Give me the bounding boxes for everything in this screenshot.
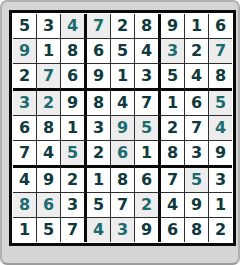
sudoku-cell-r1c7[interactable]: 9 — [161, 14, 185, 39]
sudoku-grid: 5347289169186543272769135483298471656813… — [13, 14, 232, 242]
sudoku-cell-r4c9[interactable]: 5 — [209, 91, 232, 116]
sudoku-cell-r5c4[interactable]: 3 — [87, 116, 111, 141]
sudoku-cell-r3c7[interactable]: 5 — [161, 64, 185, 91]
sudoku-cell-r2c1[interactable]: 9 — [13, 39, 37, 64]
sudoku-cell-r3c1[interactable]: 2 — [13, 64, 37, 91]
sudoku-cell-r2c5[interactable]: 5 — [111, 39, 135, 64]
sudoku-cell-r9c1[interactable]: 1 — [13, 218, 37, 242]
sudoku-cell-r8c6[interactable]: 2 — [135, 193, 161, 218]
sudoku-cell-r4c6[interactable]: 7 — [135, 91, 161, 116]
sudoku-cell-r9c3[interactable]: 7 — [61, 218, 87, 242]
sudoku-cell-r1c1[interactable]: 5 — [13, 14, 37, 39]
sudoku-cell-r7c8[interactable]: 5 — [185, 168, 209, 193]
sudoku-cell-r8c3[interactable]: 3 — [61, 193, 87, 218]
sudoku-cell-r8c5[interactable]: 7 — [111, 193, 135, 218]
sudoku-cell-r3c2[interactable]: 7 — [37, 64, 61, 91]
sudoku-cell-r4c7[interactable]: 1 — [161, 91, 185, 116]
sudoku-cell-r3c9[interactable]: 8 — [209, 64, 232, 91]
sudoku-cell-r6c9[interactable]: 9 — [209, 141, 232, 168]
sudoku-cell-r7c2[interactable]: 9 — [37, 168, 61, 193]
sudoku-cell-r2c8[interactable]: 2 — [185, 39, 209, 64]
sudoku-card: 5347289169186543272769135483298471656813… — [0, 0, 240, 265]
sudoku-cell-r9c4[interactable]: 4 — [87, 218, 111, 242]
sudoku-cell-r6c5[interactable]: 6 — [111, 141, 135, 168]
sudoku-cell-r6c8[interactable]: 3 — [185, 141, 209, 168]
sudoku-cell-r6c7[interactable]: 8 — [161, 141, 185, 168]
sudoku-cell-r8c7[interactable]: 4 — [161, 193, 185, 218]
sudoku-cell-r8c4[interactable]: 5 — [87, 193, 111, 218]
sudoku-cell-r6c4[interactable]: 2 — [87, 141, 111, 168]
sudoku-cell-r3c6[interactable]: 3 — [135, 64, 161, 91]
sudoku-cell-r2c3[interactable]: 8 — [61, 39, 87, 64]
sudoku-cell-r3c5[interactable]: 1 — [111, 64, 135, 91]
sudoku-cell-r8c8[interactable]: 9 — [185, 193, 209, 218]
sudoku-cell-r5c3[interactable]: 1 — [61, 116, 87, 141]
sudoku-cell-r5c6[interactable]: 5 — [135, 116, 161, 141]
sudoku-cell-r9c5[interactable]: 3 — [111, 218, 135, 242]
sudoku-cell-r7c7[interactable]: 7 — [161, 168, 185, 193]
sudoku-cell-r3c3[interactable]: 6 — [61, 64, 87, 91]
sudoku-cell-r3c8[interactable]: 4 — [185, 64, 209, 91]
sudoku-cell-r2c7[interactable]: 3 — [161, 39, 185, 64]
sudoku-cell-r5c5[interactable]: 9 — [111, 116, 135, 141]
sudoku-cell-r7c5[interactable]: 8 — [111, 168, 135, 193]
sudoku-cell-r6c2[interactable]: 4 — [37, 141, 61, 168]
sudoku-cell-r5c9[interactable]: 4 — [209, 116, 232, 141]
sudoku-cell-r4c3[interactable]: 9 — [61, 91, 87, 116]
sudoku-cell-r1c6[interactable]: 8 — [135, 14, 161, 39]
sudoku-cell-r7c1[interactable]: 4 — [13, 168, 37, 193]
sudoku-cell-r4c2[interactable]: 2 — [37, 91, 61, 116]
sudoku-cell-r1c9[interactable]: 6 — [209, 14, 232, 39]
sudoku-cell-r9c6[interactable]: 9 — [135, 218, 161, 242]
sudoku-cell-r4c4[interactable]: 8 — [87, 91, 111, 116]
sudoku-cell-r1c8[interactable]: 1 — [185, 14, 209, 39]
sudoku-cell-r9c7[interactable]: 6 — [161, 218, 185, 242]
sudoku-cell-r1c5[interactable]: 2 — [111, 14, 135, 39]
sudoku-cell-r9c2[interactable]: 5 — [37, 218, 61, 242]
sudoku-cell-r4c1[interactable]: 3 — [13, 91, 37, 116]
sudoku-cell-r8c9[interactable]: 1 — [209, 193, 232, 218]
sudoku-cell-r7c3[interactable]: 2 — [61, 168, 87, 193]
sudoku-cell-r6c1[interactable]: 7 — [13, 141, 37, 168]
sudoku-board: 5347289169186543272769135483298471656813… — [9, 10, 236, 246]
sudoku-cell-r2c6[interactable]: 4 — [135, 39, 161, 64]
sudoku-cell-r1c3[interactable]: 4 — [61, 14, 87, 39]
sudoku-cell-r5c7[interactable]: 2 — [161, 116, 185, 141]
sudoku-cell-r5c8[interactable]: 7 — [185, 116, 209, 141]
sudoku-cell-r6c3[interactable]: 5 — [61, 141, 87, 168]
sudoku-cell-r9c9[interactable]: 2 — [209, 218, 232, 242]
sudoku-cell-r7c9[interactable]: 3 — [209, 168, 232, 193]
sudoku-cell-r3c4[interactable]: 9 — [87, 64, 111, 91]
sudoku-cell-r1c2[interactable]: 3 — [37, 14, 61, 39]
sudoku-cell-r4c5[interactable]: 4 — [111, 91, 135, 116]
sudoku-cell-r8c1[interactable]: 8 — [13, 193, 37, 218]
sudoku-cell-r2c4[interactable]: 6 — [87, 39, 111, 64]
sudoku-cell-r6c6[interactable]: 1 — [135, 141, 161, 168]
sudoku-cell-r4c8[interactable]: 6 — [185, 91, 209, 116]
sudoku-cell-r2c9[interactable]: 7 — [209, 39, 232, 64]
sudoku-cell-r5c1[interactable]: 6 — [13, 116, 37, 141]
sudoku-cell-r5c2[interactable]: 8 — [37, 116, 61, 141]
sudoku-cell-r9c8[interactable]: 8 — [185, 218, 209, 242]
sudoku-cell-r2c2[interactable]: 1 — [37, 39, 61, 64]
sudoku-cell-r7c6[interactable]: 6 — [135, 168, 161, 193]
sudoku-cell-r8c2[interactable]: 6 — [37, 193, 61, 218]
sudoku-cell-r1c4[interactable]: 7 — [87, 14, 111, 39]
sudoku-cell-r7c4[interactable]: 1 — [87, 168, 111, 193]
